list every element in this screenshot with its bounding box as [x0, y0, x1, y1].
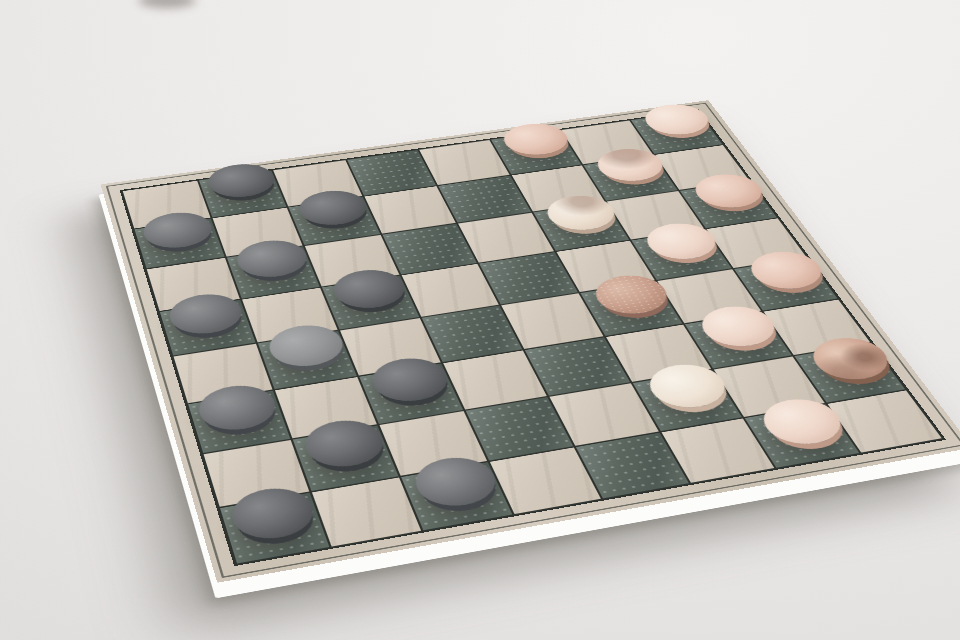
- background-object: [138, 0, 196, 8]
- square-r3c2[interactable]: [226, 246, 319, 298]
- checker-gray-1[interactable]: [203, 161, 280, 201]
- square-r6c3[interactable]: [359, 363, 462, 424]
- board-grid: [120, 109, 947, 566]
- square-r2c1[interactable]: [134, 218, 224, 268]
- square-r8c2: [311, 477, 421, 547]
- checker-pink-12[interactable]: [753, 394, 853, 449]
- checker-pink-1[interactable]: [496, 120, 575, 158]
- checkers-board: [101, 100, 960, 583]
- square-r8c1[interactable]: [220, 493, 329, 564]
- square-r7c2[interactable]: [292, 425, 398, 490]
- checker-pink-6[interactable]: [638, 219, 725, 263]
- scene: { "game": "checkers", "scene_note": "ove…: [0, 0, 960, 640]
- checker-pink-2[interactable]: [637, 101, 717, 138]
- square-r5c2[interactable]: [257, 331, 356, 389]
